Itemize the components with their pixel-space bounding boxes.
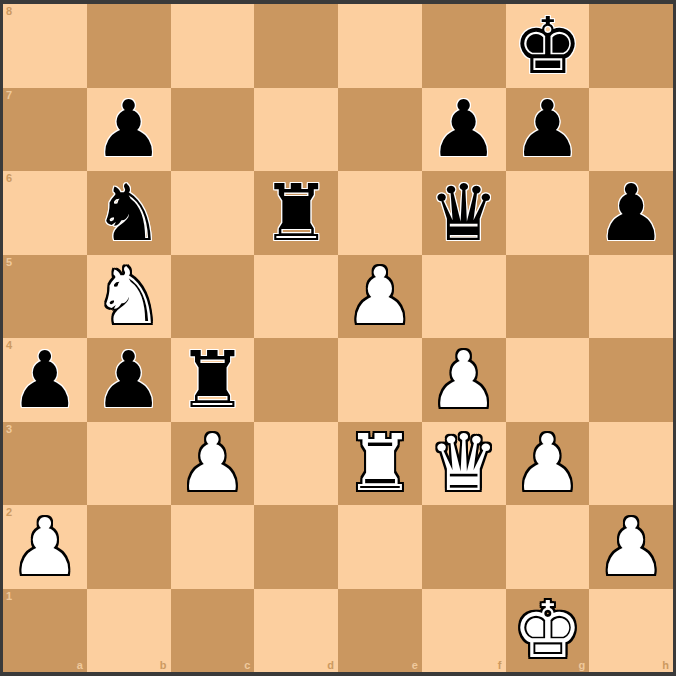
square-g7[interactable]: ♟ — [506, 88, 590, 172]
rank-label-6: 6 — [6, 172, 12, 184]
piece-white-pawn[interactable]: ♟ — [422, 338, 506, 422]
square-g6[interactable] — [506, 171, 590, 255]
file-label-b: b — [160, 659, 167, 671]
square-d1[interactable]: d — [254, 589, 338, 673]
piece-black-pawn[interactable]: ♟ — [87, 88, 171, 172]
square-b4[interactable]: ♟ — [87, 338, 171, 422]
piece-black-king[interactable]: ♚ — [506, 4, 590, 88]
square-d7[interactable] — [254, 88, 338, 172]
square-d2[interactable] — [254, 505, 338, 589]
file-label-c: c — [244, 659, 250, 671]
square-f7[interactable]: ♟ — [422, 88, 506, 172]
square-b5[interactable]: ♞ — [87, 255, 171, 339]
square-h5[interactable] — [589, 255, 673, 339]
square-e8[interactable] — [338, 4, 422, 88]
file-label-f: f — [498, 659, 502, 671]
square-a5[interactable]: 5 — [3, 255, 87, 339]
square-a6[interactable]: 6 — [3, 171, 87, 255]
file-label-e: e — [412, 659, 418, 671]
square-b6[interactable]: ♞ — [87, 171, 171, 255]
square-e2[interactable] — [338, 505, 422, 589]
square-h4[interactable] — [589, 338, 673, 422]
square-e3[interactable]: ♜ — [338, 422, 422, 506]
square-d3[interactable] — [254, 422, 338, 506]
piece-black-pawn[interactable]: ♟ — [506, 88, 590, 172]
piece-white-pawn[interactable]: ♟ — [338, 255, 422, 339]
square-b3[interactable] — [87, 422, 171, 506]
piece-black-knight[interactable]: ♞ — [87, 171, 171, 255]
square-a3[interactable]: 3 — [3, 422, 87, 506]
square-g1[interactable]: g♚ — [506, 589, 590, 673]
square-c8[interactable] — [171, 4, 255, 88]
square-h7[interactable] — [589, 88, 673, 172]
square-c5[interactable] — [171, 255, 255, 339]
square-f1[interactable]: f — [422, 589, 506, 673]
square-h6[interactable]: ♟ — [589, 171, 673, 255]
square-a8[interactable]: 8 — [3, 4, 87, 88]
square-c3[interactable]: ♟ — [171, 422, 255, 506]
square-d6[interactable]: ♜ — [254, 171, 338, 255]
square-e5[interactable]: ♟ — [338, 255, 422, 339]
square-c1[interactable]: c — [171, 589, 255, 673]
square-a2[interactable]: 2♟ — [3, 505, 87, 589]
rank-label-5: 5 — [6, 256, 12, 268]
piece-black-pawn[interactable]: ♟ — [422, 88, 506, 172]
file-label-d: d — [327, 659, 334, 671]
square-g8[interactable]: ♚ — [506, 4, 590, 88]
square-f2[interactable] — [422, 505, 506, 589]
square-c4[interactable]: ♜ — [171, 338, 255, 422]
file-label-h: h — [662, 659, 669, 671]
square-e1[interactable]: e — [338, 589, 422, 673]
square-e7[interactable] — [338, 88, 422, 172]
square-h2[interactable]: ♟ — [589, 505, 673, 589]
piece-black-pawn[interactable]: ♟ — [3, 338, 87, 422]
piece-white-rook[interactable]: ♜ — [338, 422, 422, 506]
square-g4[interactable] — [506, 338, 590, 422]
chess-board: 8♚7♟♟♟6♞♜♛♟5♞♟4♟♟♜♟3♟♜♛♟2♟♟1abcdefg♚h — [3, 4, 673, 672]
square-b8[interactable] — [87, 4, 171, 88]
piece-black-rook[interactable]: ♜ — [171, 338, 255, 422]
piece-white-pawn[interactable]: ♟ — [506, 422, 590, 506]
piece-white-queen[interactable]: ♛ — [422, 422, 506, 506]
piece-white-pawn[interactable]: ♟ — [589, 505, 673, 589]
square-f6[interactable]: ♛ — [422, 171, 506, 255]
square-b2[interactable] — [87, 505, 171, 589]
square-d5[interactable] — [254, 255, 338, 339]
piece-black-rook[interactable]: ♜ — [254, 171, 338, 255]
square-f8[interactable] — [422, 4, 506, 88]
square-a1[interactable]: 1a — [3, 589, 87, 673]
chess-board-frame: 8♚7♟♟♟6♞♜♛♟5♞♟4♟♟♜♟3♟♜♛♟2♟♟1abcdefg♚h — [0, 0, 676, 676]
square-a7[interactable]: 7 — [3, 88, 87, 172]
piece-white-king[interactable]: ♚ — [506, 589, 590, 673]
file-label-a: a — [77, 659, 83, 671]
square-g2[interactable] — [506, 505, 590, 589]
piece-white-knight[interactable]: ♞ — [87, 255, 171, 339]
rank-label-7: 7 — [6, 89, 12, 101]
square-h1[interactable]: h — [589, 589, 673, 673]
square-f5[interactable] — [422, 255, 506, 339]
square-d8[interactable] — [254, 4, 338, 88]
square-c6[interactable] — [171, 171, 255, 255]
square-b1[interactable]: b — [87, 589, 171, 673]
square-f3[interactable]: ♛ — [422, 422, 506, 506]
square-g3[interactable]: ♟ — [506, 422, 590, 506]
rank-label-8: 8 — [6, 5, 12, 17]
square-h3[interactable] — [589, 422, 673, 506]
piece-white-pawn[interactable]: ♟ — [171, 422, 255, 506]
square-c2[interactable] — [171, 505, 255, 589]
square-b7[interactable]: ♟ — [87, 88, 171, 172]
square-e4[interactable] — [338, 338, 422, 422]
piece-black-pawn[interactable]: ♟ — [87, 338, 171, 422]
piece-black-queen[interactable]: ♛ — [422, 171, 506, 255]
piece-white-pawn[interactable]: ♟ — [3, 505, 87, 589]
square-f4[interactable]: ♟ — [422, 338, 506, 422]
square-g5[interactable] — [506, 255, 590, 339]
square-c7[interactable] — [171, 88, 255, 172]
square-a4[interactable]: 4♟ — [3, 338, 87, 422]
square-h8[interactable] — [589, 4, 673, 88]
square-d4[interactable] — [254, 338, 338, 422]
piece-black-pawn[interactable]: ♟ — [589, 171, 673, 255]
square-e6[interactable] — [338, 171, 422, 255]
